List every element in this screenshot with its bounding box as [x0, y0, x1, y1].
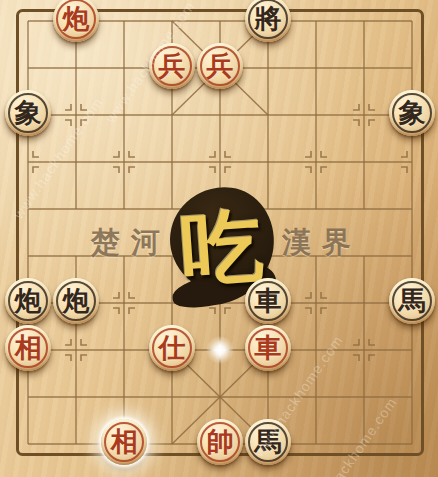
piece-red-advisor[interactable]: 仕: [149, 325, 195, 371]
piece-black-cannon[interactable]: 炮: [53, 278, 99, 324]
piece-black-cannon[interactable]: 炮: [5, 278, 51, 324]
piece-glyph: 車: [255, 287, 282, 314]
piece-glyph: 馬: [255, 428, 282, 455]
piece-glyph: 帥: [207, 428, 234, 455]
piece-glyph: 相: [111, 428, 138, 455]
piece-glyph: 象: [399, 99, 426, 126]
piece-glyph: 相: [15, 334, 42, 361]
piece-red-soldier[interactable]: 兵: [197, 43, 243, 89]
xiangqi-board[interactable]: 楚河 漢界 吃 炮將兵兵象象炮炮車馬相仕車相帥馬 www.hackhome.co…: [0, 0, 438, 477]
piece-black-horse[interactable]: 馬: [389, 278, 435, 324]
piece-black-elephant[interactable]: 象: [389, 90, 435, 136]
piece-glyph: 仕: [159, 334, 186, 361]
river-label-right: 漢界: [282, 223, 362, 263]
piece-red-elephant[interactable]: 相: [101, 419, 147, 465]
move-hint-sparkle: [206, 336, 234, 364]
piece-glyph: 炮: [15, 287, 42, 314]
piece-red-elephant[interactable]: 相: [5, 325, 51, 371]
piece-glyph: 車: [255, 334, 282, 361]
piece-glyph: 炮: [63, 5, 90, 32]
capture-logo-character: 吃: [178, 203, 266, 291]
piece-glyph: 馬: [399, 287, 426, 314]
piece-black-elephant[interactable]: 象: [5, 90, 51, 136]
piece-glyph: 兵: [159, 52, 186, 79]
river-label-left: 楚河: [91, 223, 171, 263]
piece-red-soldier[interactable]: 兵: [149, 43, 195, 89]
piece-glyph: 象: [15, 99, 42, 126]
piece-red-chariot[interactable]: 車: [245, 325, 291, 371]
piece-black-horse[interactable]: 馬: [245, 419, 291, 465]
piece-red-general[interactable]: 帥: [197, 419, 243, 465]
piece-glyph: 炮: [63, 287, 90, 314]
piece-glyph: 兵: [207, 52, 234, 79]
piece-glyph: 將: [255, 5, 282, 32]
piece-black-chariot[interactable]: 車: [245, 278, 291, 324]
